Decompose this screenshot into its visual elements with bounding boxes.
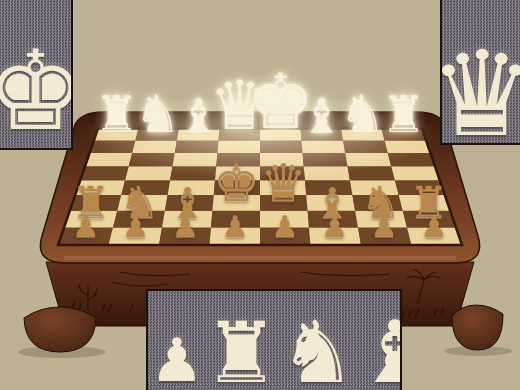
pawn-closeup-glyph: ♟ <box>150 333 204 388</box>
square-h8 <box>382 129 427 141</box>
square-b2 <box>113 211 165 228</box>
square-e7 <box>260 141 303 154</box>
square-b8 <box>135 129 179 141</box>
square-c3 <box>165 195 214 211</box>
square-g5 <box>348 166 395 180</box>
inset-king-closeup: ♚ <box>0 0 73 150</box>
square-d2 <box>211 211 260 228</box>
square-g2 <box>355 211 407 228</box>
square-f4 <box>305 180 352 195</box>
square-h1 <box>407 227 462 245</box>
square-b6 <box>129 153 175 166</box>
square-b7 <box>132 141 177 154</box>
square-b5 <box>125 166 172 180</box>
square-e4 <box>260 180 306 195</box>
square-a3 <box>70 195 122 211</box>
knight-closeup-glyph: ♞ <box>279 313 356 390</box>
square-b1 <box>109 227 163 245</box>
square-g4 <box>350 180 399 195</box>
square-c2 <box>162 211 212 228</box>
square-f7 <box>302 141 346 154</box>
board-foot-left <box>24 307 96 352</box>
bishop-closeup-glyph: ♝ <box>356 313 402 390</box>
square-g6 <box>345 153 391 166</box>
square-e2 <box>260 211 309 228</box>
square-d8 <box>219 129 261 141</box>
square-c6 <box>173 153 218 166</box>
square-a6 <box>85 153 132 166</box>
square-h6 <box>388 153 435 166</box>
square-d7 <box>217 141 260 154</box>
square-c7 <box>175 141 219 154</box>
square-f5 <box>304 166 350 180</box>
board-foot-right <box>452 305 503 350</box>
square-b4 <box>121 180 170 195</box>
square-g1 <box>358 227 412 245</box>
square-a2 <box>64 211 117 228</box>
square-e1 <box>260 227 311 245</box>
square-b3 <box>117 195 167 211</box>
square-h3 <box>399 195 451 211</box>
square-h5 <box>391 166 440 180</box>
square-a5 <box>80 166 129 180</box>
square-g8 <box>341 129 385 141</box>
square-f6 <box>303 153 348 166</box>
square-d6 <box>216 153 260 166</box>
square-f3 <box>306 195 355 211</box>
square-e3 <box>260 195 308 211</box>
square-a8 <box>94 129 139 141</box>
square-h2 <box>403 211 456 228</box>
square-g3 <box>352 195 402 211</box>
square-a1 <box>58 227 113 245</box>
square-e6 <box>260 153 304 166</box>
square-g7 <box>343 141 388 154</box>
square-f8 <box>301 129 344 141</box>
square-a4 <box>75 180 125 195</box>
inset-queen-closeup: ♛ <box>440 0 520 145</box>
king-closeup-glyph: ♚ <box>0 36 73 146</box>
square-d3 <box>212 195 260 211</box>
square-f1 <box>309 227 361 245</box>
square-c1 <box>159 227 211 245</box>
square-a7 <box>90 141 136 154</box>
product-photo-scene: ♜♞♝♛♚♝♞♜♚♛♜♞♝♝♞♜♟♟♟♟♟♟♟♟ ♚ ♛ ♟ ♜ ♞ ♝ <box>0 0 520 390</box>
square-c4 <box>168 180 215 195</box>
inset-pieces-closeup: ♟ ♜ ♞ ♝ <box>146 289 402 390</box>
square-f2 <box>308 211 358 228</box>
queen-closeup-glyph: ♛ <box>440 35 520 145</box>
square-e5 <box>260 166 305 180</box>
square-d1 <box>210 227 261 245</box>
square-c8 <box>177 129 220 141</box>
rook-closeup-glyph: ♜ <box>204 315 279 390</box>
square-h7 <box>385 141 431 154</box>
square-c5 <box>170 166 216 180</box>
square-d5 <box>215 166 260 180</box>
square-d4 <box>214 180 260 195</box>
square-h4 <box>395 180 445 195</box>
playing-squares <box>58 129 462 246</box>
square-e8 <box>260 129 302 141</box>
